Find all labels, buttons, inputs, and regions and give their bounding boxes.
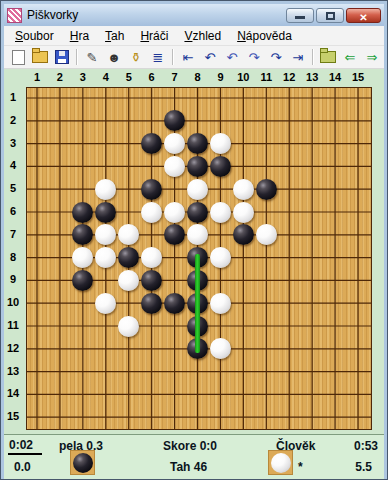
library-icon: [320, 51, 336, 63]
players-icon: ☻: [107, 51, 121, 64]
undo-all-button[interactable]: ↶: [199, 47, 221, 67]
white-stone: [210, 202, 231, 223]
row-label-13: 13: [4, 365, 22, 377]
settings-icon: ✎: [87, 51, 98, 64]
tournament-icon: ⚱: [131, 51, 142, 64]
row-label-7: 7: [4, 228, 22, 240]
save-button[interactable]: [51, 47, 73, 67]
status-bar: 0:02 pela 0.3 Skore 0:0 Člověk 0:53 0.0 …: [4, 434, 384, 479]
new-game-icon: [12, 50, 25, 65]
row-label-2: 2: [4, 114, 22, 126]
row-label-10: 10: [4, 296, 22, 308]
move-list-icon: ≣: [153, 51, 164, 64]
black-stone: [72, 202, 93, 223]
first-move-button[interactable]: ⇤: [177, 47, 199, 67]
library-button[interactable]: [317, 47, 339, 67]
row-label-15: 15: [4, 410, 22, 422]
app-icon: [7, 8, 22, 23]
menu-item-vzhled[interactable]: Vzhled: [176, 27, 229, 45]
toolbar-separator: [312, 49, 314, 65]
prev-variant-icon: ⇐: [345, 51, 356, 64]
next-variant-button[interactable]: ⇒: [361, 47, 383, 67]
maximize-icon: [326, 12, 335, 20]
black-stone-tray: [70, 450, 95, 475]
white-stone: [233, 202, 254, 223]
white-stone: [95, 293, 116, 314]
move-list-button[interactable]: ≣: [147, 47, 169, 67]
win-line: [195, 254, 200, 353]
row-label-9: 9: [4, 273, 22, 285]
col-label-2: 2: [57, 71, 63, 83]
col-label-5: 5: [126, 71, 132, 83]
col-label-13: 13: [306, 71, 318, 83]
black-stone: [187, 133, 208, 154]
menu-item-soubor[interactable]: Soubor: [7, 27, 62, 45]
black-stone: [141, 293, 162, 314]
black-eval: 0.0: [14, 460, 31, 474]
to-move-marker: *: [298, 460, 303, 474]
minimize-button[interactable]: [286, 8, 314, 23]
window-controls: ✕: [286, 8, 381, 23]
next-variant-icon: ⇒: [367, 51, 378, 64]
col-label-9: 9: [217, 71, 223, 83]
white-stone: [164, 202, 185, 223]
row-label-3: 3: [4, 137, 22, 149]
row-label-12: 12: [4, 342, 22, 354]
players-button[interactable]: ☻: [103, 47, 125, 67]
white-stone: [95, 179, 116, 200]
menu-item-tah[interactable]: Tah: [97, 27, 132, 45]
menu-item-napoveda[interactable]: Nápověda: [229, 27, 300, 45]
redo-button[interactable]: ↷: [243, 47, 265, 67]
white-stone: [210, 133, 231, 154]
white-stone: [210, 293, 231, 314]
white-stone: [141, 202, 162, 223]
redo-all-button[interactable]: ↷: [265, 47, 287, 67]
black-stone: [141, 270, 162, 291]
black-time: 0:02: [8, 438, 42, 455]
undo-button[interactable]: ↶: [221, 47, 243, 67]
white-stone: [118, 316, 139, 337]
col-label-11: 11: [260, 71, 272, 83]
white-stone-icon: [271, 453, 291, 473]
window-title: Piškvorky: [27, 8, 78, 22]
new-game-button[interactable]: [7, 47, 29, 67]
col-label-1: 1: [34, 71, 40, 83]
white-stone: [233, 179, 254, 200]
white-time: 0:53: [354, 439, 378, 453]
black-stone: [141, 179, 162, 200]
black-stone: [210, 156, 231, 177]
redo-icon: ↷: [249, 51, 260, 64]
white-stone: [256, 224, 277, 245]
white-stone: [187, 179, 208, 200]
col-label-15: 15: [352, 71, 364, 83]
last-move-button[interactable]: ⇥: [287, 47, 309, 67]
menubar: SouborHraTahHráčiVzhledNápověda: [4, 26, 384, 46]
redo-all-icon: ↷: [271, 51, 282, 64]
col-label-4: 4: [103, 71, 109, 83]
col-label-10: 10: [237, 71, 249, 83]
title-bar: Piškvorky ✕: [4, 4, 384, 26]
col-label-3: 3: [80, 71, 86, 83]
white-stone: [118, 270, 139, 291]
col-label-7: 7: [172, 71, 178, 83]
prev-variant-button[interactable]: ⇐: [339, 47, 361, 67]
toolbar: ✎☻⚱≣⇤↶↶↷↷⇥⇐⇒: [4, 46, 384, 69]
row-label-6: 6: [4, 205, 22, 217]
black-stone: [187, 202, 208, 223]
first-move-icon: ⇤: [183, 51, 194, 64]
row-label-14: 14: [4, 387, 22, 399]
maximize-button[interactable]: [316, 8, 344, 23]
undo-all-icon: ↶: [205, 51, 216, 64]
row-label-4: 4: [4, 159, 22, 171]
row-label-5: 5: [4, 182, 22, 194]
move-counter: Tah 46: [170, 460, 207, 474]
menu-item-hra[interactable]: Hra: [62, 27, 97, 45]
white-stone: [164, 156, 185, 177]
black-stone: [95, 202, 116, 223]
black-stone: [187, 156, 208, 177]
close-button[interactable]: ✕: [346, 8, 381, 23]
menu-item-hraci[interactable]: Hráči: [132, 27, 176, 45]
open-file-icon: [32, 51, 48, 63]
black-stone-icon: [73, 453, 93, 473]
last-move-icon: ⇥: [293, 51, 304, 64]
app-window: Piškvorky ✕ SouborHraTahHráčiVzhledNápov…: [0, 0, 388, 480]
row-label-8: 8: [4, 251, 22, 263]
row-label-1: 1: [4, 91, 22, 103]
open-file-button[interactable]: [29, 47, 51, 67]
undo-icon: ↶: [227, 51, 238, 64]
white-eval: 5.5: [355, 460, 372, 474]
black-stone: [256, 179, 277, 200]
black-stone: [164, 293, 185, 314]
score-label: Skore 0:0: [163, 439, 217, 453]
close-icon: ✕: [359, 12, 367, 23]
minimize-icon: [295, 16, 305, 19]
board-area: 1234567891011121314151234567891011121314…: [4, 69, 384, 434]
toolbar-separator: [172, 49, 174, 65]
col-label-6: 6: [149, 71, 155, 83]
toolbar-separator: [76, 49, 78, 65]
white-stone: [210, 247, 231, 268]
col-label-8: 8: [194, 71, 200, 83]
col-label-14: 14: [329, 71, 341, 83]
tournament-button[interactable]: ⚱: [125, 47, 147, 67]
save-icon: [55, 50, 69, 64]
white-stone-tray: [268, 450, 293, 475]
row-label-11: 11: [4, 319, 22, 331]
settings-button[interactable]: ✎: [81, 47, 103, 67]
col-label-12: 12: [283, 71, 295, 83]
